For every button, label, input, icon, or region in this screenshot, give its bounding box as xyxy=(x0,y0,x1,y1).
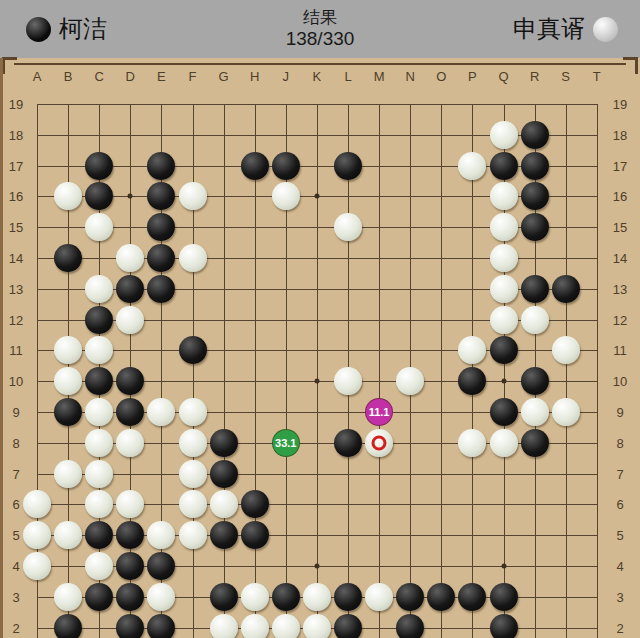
row-label-left: 14 xyxy=(9,251,23,266)
white-stone xyxy=(458,152,486,180)
white-stone xyxy=(210,614,238,638)
row-label-left: 7 xyxy=(12,466,19,481)
white-stone xyxy=(85,275,113,303)
black-stone xyxy=(54,244,82,272)
row-label-left: 6 xyxy=(12,497,19,512)
white-stone xyxy=(490,182,518,210)
white-stone xyxy=(85,429,113,457)
star-point xyxy=(501,379,506,384)
black-stone xyxy=(116,614,144,638)
black-stone xyxy=(210,429,238,457)
white-stone xyxy=(396,367,424,395)
row-label-right: 4 xyxy=(616,559,623,574)
white-stone xyxy=(116,429,144,457)
star-point xyxy=(314,379,319,384)
row-label-right: 6 xyxy=(616,497,623,512)
row-label-right: 8 xyxy=(616,435,623,450)
white-stone xyxy=(116,244,144,272)
black-stone xyxy=(272,583,300,611)
black-stone xyxy=(85,367,113,395)
row-label-right: 10 xyxy=(613,374,627,389)
black-stone xyxy=(334,583,362,611)
black-stone xyxy=(210,583,238,611)
black-stone xyxy=(54,614,82,638)
frame-left-edge xyxy=(0,58,3,638)
column-label: R xyxy=(530,69,539,84)
grid-line-vertical xyxy=(379,104,380,638)
white-stone xyxy=(54,521,82,549)
white-player-name: 申真谞 xyxy=(513,13,585,45)
black-stone xyxy=(147,152,175,180)
star-point xyxy=(501,564,506,569)
black-stone xyxy=(490,614,518,638)
white-stone xyxy=(147,521,175,549)
ai-suggestion-marker: 33.1 xyxy=(272,429,300,457)
row-label-left: 17 xyxy=(9,158,23,173)
column-label: G xyxy=(219,69,229,84)
white-stone xyxy=(116,490,144,518)
star-point xyxy=(314,194,319,199)
white-stone xyxy=(147,583,175,611)
white-stone xyxy=(210,490,238,518)
white-stone xyxy=(179,398,207,426)
white-stone xyxy=(85,336,113,364)
white-stone xyxy=(116,306,144,334)
black-stone xyxy=(334,152,362,180)
frame-top-line xyxy=(14,63,626,65)
row-label-left: 11 xyxy=(9,343,23,358)
white-stone xyxy=(552,398,580,426)
move-counter: 138/330 xyxy=(286,28,355,50)
row-label-right: 11 xyxy=(613,343,627,358)
column-label: F xyxy=(189,69,197,84)
white-stone xyxy=(241,614,269,638)
black-stone xyxy=(85,306,113,334)
white-stone xyxy=(23,490,51,518)
black-stone xyxy=(85,521,113,549)
column-label: L xyxy=(344,69,351,84)
white-stone xyxy=(334,367,362,395)
grid-line-horizontal xyxy=(37,474,598,475)
row-label-right: 9 xyxy=(616,405,623,420)
black-stone xyxy=(85,182,113,210)
grid-line-vertical xyxy=(224,104,225,638)
black-stone xyxy=(458,583,486,611)
black-stone-icon xyxy=(26,17,51,42)
black-stone xyxy=(241,490,269,518)
grid-line-horizontal xyxy=(37,104,598,105)
white-stone xyxy=(54,336,82,364)
go-review-screen: 柯洁 结果 138/330 申真谞 ABCDEFGHJKLMNOPQRST191… xyxy=(0,0,640,638)
white-stone xyxy=(85,552,113,580)
column-label: M xyxy=(374,69,385,84)
column-label: O xyxy=(436,69,446,84)
black-stone xyxy=(241,521,269,549)
row-label-right: 12 xyxy=(613,312,627,327)
row-label-right: 15 xyxy=(613,220,627,235)
column-label: N xyxy=(405,69,414,84)
white-stone xyxy=(490,244,518,272)
white-stone xyxy=(54,182,82,210)
white-stone xyxy=(85,490,113,518)
white-stone xyxy=(179,521,207,549)
row-label-left: 15 xyxy=(9,220,23,235)
black-stone xyxy=(210,460,238,488)
white-stone xyxy=(54,367,82,395)
column-label: S xyxy=(561,69,570,84)
white-stone xyxy=(179,490,207,518)
column-label: J xyxy=(283,69,290,84)
black-stone xyxy=(116,275,144,303)
black-stone xyxy=(490,583,518,611)
frame-corner-left-icon xyxy=(2,57,17,74)
row-label-right: 14 xyxy=(613,251,627,266)
black-player-name: 柯洁 xyxy=(59,13,107,45)
black-stone xyxy=(490,152,518,180)
black-stone xyxy=(396,583,424,611)
row-label-left: 19 xyxy=(9,97,23,112)
column-label: H xyxy=(250,69,259,84)
white-stone xyxy=(490,121,518,149)
row-label-left: 4 xyxy=(12,559,19,574)
black-stone xyxy=(458,367,486,395)
black-stone xyxy=(241,152,269,180)
last-move-marker-icon xyxy=(372,435,387,450)
column-label: T xyxy=(593,69,601,84)
row-label-left: 5 xyxy=(12,528,19,543)
header-bar: 柯洁 结果 138/330 申真谞 xyxy=(0,0,640,58)
column-label: E xyxy=(157,69,166,84)
black-stone xyxy=(147,552,175,580)
white-stone xyxy=(521,398,549,426)
row-label-left: 2 xyxy=(12,620,19,635)
row-label-right: 5 xyxy=(616,528,623,543)
white-stone xyxy=(241,583,269,611)
row-label-right: 19 xyxy=(613,97,627,112)
black-stone xyxy=(521,429,549,457)
row-label-left: 9 xyxy=(12,405,19,420)
column-label: B xyxy=(64,69,73,84)
row-label-left: 3 xyxy=(12,589,19,604)
white-stone xyxy=(334,213,362,241)
white-stone xyxy=(458,336,486,364)
white-stone xyxy=(85,213,113,241)
white-stone-icon xyxy=(593,17,618,42)
row-label-left: 16 xyxy=(9,189,23,204)
row-label-right: 2 xyxy=(616,620,623,635)
frame-corner-right-icon xyxy=(623,57,638,74)
row-label-right: 17 xyxy=(613,158,627,173)
row-label-right: 16 xyxy=(613,189,627,204)
star-point xyxy=(314,564,319,569)
black-stone xyxy=(521,275,549,303)
white-stone xyxy=(458,429,486,457)
white-stone xyxy=(179,244,207,272)
column-label: A xyxy=(33,69,42,84)
black-stone xyxy=(54,398,82,426)
white-stone xyxy=(272,614,300,638)
black-stone xyxy=(334,614,362,638)
black-stone xyxy=(521,182,549,210)
grid-line-vertical xyxy=(255,104,256,638)
row-label-right: 18 xyxy=(613,127,627,142)
grid-line-vertical xyxy=(441,104,442,638)
white-stone xyxy=(147,398,175,426)
black-stone xyxy=(85,152,113,180)
row-label-left: 8 xyxy=(12,435,19,450)
row-label-left: 12 xyxy=(9,312,23,327)
row-label-right: 7 xyxy=(616,466,623,481)
column-label: D xyxy=(126,69,135,84)
black-stone xyxy=(147,244,175,272)
star-point xyxy=(128,194,133,199)
black-stone xyxy=(521,367,549,395)
black-stone xyxy=(147,182,175,210)
white-stone xyxy=(490,429,518,457)
white-player: 申真谞 xyxy=(513,13,618,45)
white-stone xyxy=(54,583,82,611)
grid-line-vertical xyxy=(317,104,318,638)
grid-line-vertical xyxy=(597,104,598,638)
black-stone xyxy=(521,213,549,241)
white-stone xyxy=(303,583,331,611)
column-label: C xyxy=(94,69,103,84)
white-stone xyxy=(179,429,207,457)
white-stone xyxy=(365,583,393,611)
black-stone xyxy=(427,583,455,611)
white-stone xyxy=(179,182,207,210)
white-stone xyxy=(490,275,518,303)
black-stone xyxy=(147,614,175,638)
white-stone xyxy=(552,336,580,364)
black-stone xyxy=(521,121,549,149)
black-stone xyxy=(116,521,144,549)
ai-suggestion-marker: 11.1 xyxy=(365,398,393,426)
white-stone xyxy=(521,306,549,334)
black-stone xyxy=(147,275,175,303)
white-stone xyxy=(54,460,82,488)
row-label-left: 10 xyxy=(9,374,23,389)
column-label: K xyxy=(313,69,322,84)
result-label: 结果 xyxy=(303,8,337,28)
row-label-left: 13 xyxy=(9,281,23,296)
white-stone xyxy=(303,614,331,638)
black-stone xyxy=(147,213,175,241)
black-stone xyxy=(396,614,424,638)
row-label-left: 18 xyxy=(9,127,23,142)
row-label-right: 13 xyxy=(613,281,627,296)
black-stone xyxy=(490,398,518,426)
black-stone xyxy=(85,583,113,611)
white-stone xyxy=(85,398,113,426)
black-stone xyxy=(116,398,144,426)
row-label-right: 3 xyxy=(616,589,623,604)
black-stone xyxy=(552,275,580,303)
white-stone xyxy=(23,552,51,580)
grid-line-vertical xyxy=(566,104,567,638)
black-stone xyxy=(210,521,238,549)
black-stone xyxy=(521,152,549,180)
white-stone xyxy=(85,460,113,488)
black-stone xyxy=(490,336,518,364)
white-stone xyxy=(179,460,207,488)
column-label: P xyxy=(468,69,477,84)
black-player: 柯洁 xyxy=(26,13,107,45)
white-stone xyxy=(490,306,518,334)
black-stone xyxy=(116,552,144,580)
black-stone xyxy=(116,583,144,611)
column-label: Q xyxy=(498,69,508,84)
black-stone xyxy=(116,367,144,395)
white-stone xyxy=(23,521,51,549)
white-stone xyxy=(490,213,518,241)
black-stone xyxy=(334,429,362,457)
black-stone xyxy=(272,152,300,180)
white-stone xyxy=(272,182,300,210)
black-stone xyxy=(179,336,207,364)
